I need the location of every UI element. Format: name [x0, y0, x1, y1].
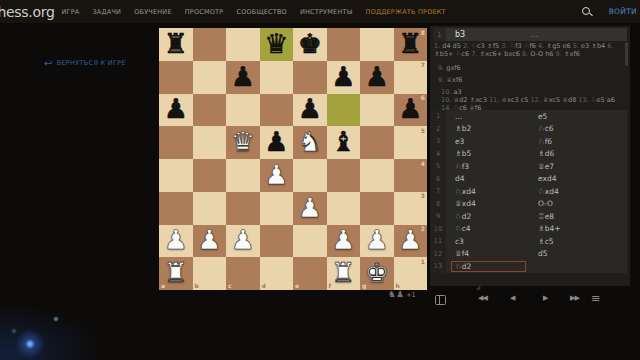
move-number: 3 [430, 135, 446, 148]
black-move[interactable]: ♗d6 [530, 148, 627, 161]
black-move[interactable] [530, 260, 627, 273]
rank-label: 6 [421, 95, 425, 101]
square-b3[interactable] [193, 192, 227, 225]
move-number: 2 [430, 123, 446, 136]
move-row-5: 5♘f3♕e7 [430, 160, 627, 173]
move-number: 4 [430, 148, 446, 161]
move-row-13: 13♘d2 [430, 260, 627, 273]
file-label: e [295, 283, 299, 289]
move-number: 13 [430, 260, 446, 273]
black-king[interactable]: ♚ [298, 30, 322, 57]
white-move[interactable]: ♘c4 [446, 223, 530, 236]
background-galaxy-image [0, 293, 140, 360]
square-f1[interactable]: ♜f [327, 257, 361, 290]
square-c5[interactable]: ♛ [226, 126, 260, 159]
square-d2[interactable] [260, 225, 294, 258]
current-move-number: 1 [433, 28, 446, 41]
square-e4[interactable] [293, 159, 327, 192]
nav-item-game[interactable]: ИГРА [61, 8, 79, 16]
black-move[interactable]: exd4 [530, 173, 627, 186]
black-queen[interactable]: ♛ [264, 30, 288, 57]
square-d6[interactable] [260, 94, 294, 127]
square-h5[interactable]: 5 [394, 126, 428, 159]
go-last-button[interactable]: ▶▶ [570, 294, 579, 302]
square-e2[interactable] [293, 225, 327, 258]
white-move[interactable]: ♗b2 [446, 123, 530, 136]
white-move[interactable]: ♘d2 [446, 210, 530, 223]
captured-pieces-icons: ♞♟ [388, 290, 404, 299]
square-a3[interactable] [159, 192, 193, 225]
move-number: 1 [430, 110, 446, 123]
square-h3[interactable]: 3 [394, 192, 428, 225]
site-logo[interactable]: chess.org [0, 4, 54, 20]
go-first-button[interactable]: ◀◀ [478, 294, 487, 302]
white-pawn[interactable]: ♟ [331, 226, 355, 253]
white-move[interactable]: ♘xd4 [446, 185, 530, 198]
square-a8[interactable]: ♜ [159, 28, 193, 61]
square-a2[interactable]: ♟ [159, 225, 193, 258]
move-row-11: 11c3♗c5 [430, 235, 627, 248]
square-b6[interactable] [193, 94, 227, 127]
square-b1[interactable]: b [193, 257, 227, 290]
back-to-game-link[interactable]: ↩ ВЕРНУТЬСЯ К ИГРЕ [44, 59, 126, 67]
square-e7[interactable] [293, 61, 327, 94]
go-next-button[interactable]: ▶ [543, 294, 547, 302]
square-f2[interactable]: ♟ [327, 225, 361, 258]
move-row-8: 8♕xd4O-O [430, 198, 627, 211]
chess-board[interactable]: ♜♛♚♜8♟♟♟7♟♟♟6♛♟♞♝5♟4♟3♟♟♟♟♟♟2♜abcde♜f♚g1… [159, 28, 427, 290]
move-number: 8 [430, 198, 446, 211]
square-h7[interactable]: 7 [394, 61, 428, 94]
material-advantage-value: +1 [406, 291, 416, 299]
square-e8[interactable]: ♚ [293, 28, 327, 61]
white-rook[interactable]: ♜ [164, 259, 188, 286]
move-number: 11 [430, 235, 446, 248]
black-move[interactable]: ♖e8 [530, 210, 627, 223]
square-f5[interactable]: ♝ [327, 126, 361, 159]
white-move[interactable]: e3 [446, 135, 530, 148]
white-pawn[interactable]: ♟ [365, 226, 389, 253]
pgn-main-line[interactable]: 1. d4 d5 2. ♘c3 ♗f5 3. ♘f3 ♘f6 4. ♗g5 e6… [434, 42, 622, 58]
square-f7[interactable]: ♟ [327, 61, 361, 94]
pgn-text-block[interactable]: 1. d4 d5 2. ♘c3 ♗f5 3. ♘f3 ♘f6 4. ♗g5 e6… [434, 42, 622, 120]
square-b5[interactable] [193, 126, 227, 159]
square-c8[interactable] [226, 28, 260, 61]
square-h6[interactable]: ♟6 [394, 94, 428, 127]
square-d8[interactable]: ♛ [260, 28, 294, 61]
square-b7[interactable] [193, 61, 227, 94]
white-queen[interactable]: ♛ [231, 128, 255, 155]
square-b2[interactable]: ♟ [193, 225, 227, 258]
white-move[interactable]: ♕xd4 [446, 198, 530, 211]
square-g2[interactable]: ♟ [360, 225, 394, 258]
black-move[interactable]: ♘c6 [530, 123, 627, 136]
move-number: 7 [430, 185, 446, 198]
moves-menu-icon[interactable]: ≡ [591, 292, 600, 305]
square-a4[interactable] [159, 159, 193, 192]
top-navbar: chess.org ИГРА ЗАДАЧИ ОБУЧЕНИЕ ПРОСМОТР … [0, 0, 640, 23]
white-move[interactable]: … [446, 110, 530, 123]
file-label: c [228, 283, 232, 289]
black-move[interactable]: d5 [530, 248, 627, 261]
white-move[interactable]: ♘f3 [446, 160, 530, 173]
square-d3[interactable] [260, 192, 294, 225]
file-label: h [396, 283, 400, 289]
square-d4[interactable]: ♟ [260, 159, 294, 192]
back-arrow-icon: ↩ [44, 60, 53, 67]
chess-org-analysis-page: chess.org ИГРА ЗАДАЧИ ОБУЧЕНИЕ ПРОСМОТР … [0, 0, 640, 360]
nav-item-watch[interactable]: ПРОСМОТР [185, 8, 224, 16]
square-c7[interactable]: ♟ [226, 61, 260, 94]
white-move[interactable]: ♕f4 [446, 248, 530, 261]
white-move[interactable]: ♘d2 [446, 260, 530, 273]
board-resize-handle[interactable]: ◢ [475, 283, 480, 290]
square-a6[interactable]: ♟ [159, 94, 193, 127]
current-move-black-placeholder[interactable]: … [530, 30, 538, 39]
white-pawn[interactable]: ♟ [398, 226, 422, 253]
square-f3[interactable] [327, 192, 361, 225]
rank-label: 3 [421, 193, 425, 199]
rank-label: 8 [421, 30, 425, 36]
square-e5[interactable]: ♞ [293, 126, 327, 159]
square-h4[interactable]: 4 [394, 159, 428, 192]
move-row-10: 10♘c4♗b4+ [430, 223, 627, 236]
move-row-12: 12♕f4d5 [430, 248, 627, 261]
square-e3[interactable]: ♟ [293, 192, 327, 225]
square-g3[interactable] [360, 192, 394, 225]
black-rook[interactable]: ♜ [398, 30, 422, 57]
move-row-9: 9♘d2♖e8 [430, 210, 627, 223]
login-button[interactable]: ВОЙТИ [609, 7, 637, 16]
square-g7[interactable]: ♟ [360, 61, 394, 94]
white-move[interactable]: d4 [446, 173, 530, 186]
move-number: 6 [430, 173, 446, 186]
file-label: g [362, 283, 366, 289]
black-move[interactable]: O-O [530, 198, 627, 211]
square-f8[interactable] [327, 28, 361, 61]
move-row-3: 3e3♘f6 [430, 135, 627, 148]
rank-label: 2 [421, 226, 425, 232]
move-number: 5 [430, 160, 446, 173]
move-row-6: 6d4exd4 [430, 173, 627, 186]
square-h2[interactable]: ♟2 [394, 225, 428, 258]
square-g1[interactable]: ♚g [360, 257, 394, 290]
square-c4[interactable] [226, 159, 260, 192]
square-g6[interactable] [360, 94, 394, 127]
file-label: a [161, 283, 165, 289]
white-knight[interactable]: ♞ [298, 128, 322, 155]
pgn-variation-line[interactable]: 9. ♕xf6 [434, 76, 622, 84]
black-move[interactable]: ♘xd4 [530, 185, 627, 198]
current-move-white[interactable]: b3 [455, 30, 465, 39]
square-e1[interactable]: e [293, 257, 327, 290]
nav-item-puzzles[interactable]: ЗАДАЧИ [92, 8, 121, 16]
black-pawn[interactable]: ♟ [231, 63, 255, 90]
black-pawn[interactable]: ♟ [298, 95, 322, 122]
white-rook[interactable]: ♜ [331, 259, 355, 286]
black-move[interactable]: ♘f6 [530, 135, 627, 148]
white-king[interactable]: ♚ [365, 259, 389, 286]
rank-label: 4 [421, 161, 425, 167]
go-previous-button[interactable]: ◀ [510, 294, 514, 302]
nav-menu: ИГРА ЗАДАЧИ ОБУЧЕНИЕ ПРОСМОТР СООБЩЕСТВО… [61, 8, 445, 16]
square-a1[interactable]: ♜a [159, 257, 193, 290]
current-move-bar[interactable]: 1 b3 … [433, 28, 627, 41]
square-g5[interactable] [360, 126, 394, 159]
move-row-1: 1…e5 [430, 110, 627, 123]
pgn-variation-line[interactable]: 10. a3 [434, 88, 622, 96]
moves-table: 1…e52♗b2♘c63e3♘f64♗b5♗d65♘f3♕e76d4exd47♘… [430, 110, 627, 273]
pgn-scrollbar-thumb[interactable] [625, 42, 628, 66]
square-d7[interactable] [260, 61, 294, 94]
material-advantage: ♞♟ +1 [388, 290, 416, 299]
black-move[interactable]: ♕e7 [530, 160, 627, 173]
nav-item-tools[interactable]: ИНСТРУМЕНТЫ [300, 8, 353, 16]
white-pawn[interactable]: ♟ [164, 226, 188, 253]
square-h8[interactable]: ♜8 [394, 28, 428, 61]
nav-item-learn[interactable]: ОБУЧЕНИЕ [134, 8, 172, 16]
black-pawn[interactable]: ♟ [398, 95, 422, 122]
square-a7[interactable] [159, 61, 193, 94]
square-c6[interactable] [226, 94, 260, 127]
black-pawn[interactable]: ♟ [331, 63, 355, 90]
move-row-2: 2♗b2♘c6 [430, 123, 627, 136]
black-bishop[interactable]: ♝ [331, 128, 355, 155]
file-label: d [262, 283, 266, 289]
search-icon[interactable] [582, 7, 590, 15]
white-move[interactable]: c3 [446, 235, 530, 248]
rank-label: 7 [421, 62, 425, 68]
square-d5[interactable]: ♟ [260, 126, 294, 159]
opening-book-icon[interactable] [435, 295, 446, 305]
analysis-panel: 1 b3 … 1. d4 d5 2. ♘c3 ♗f5 3. ♘f3 ♘f6 4.… [430, 26, 630, 286]
square-d1[interactable]: d [260, 257, 294, 290]
white-pawn[interactable]: ♟ [264, 161, 288, 188]
black-pawn[interactable]: ♟ [164, 95, 188, 122]
white-pawn[interactable]: ♟ [197, 226, 221, 253]
move-number: 9 [430, 210, 446, 223]
black-move[interactable]: ♗b4+ [530, 223, 627, 236]
move-row-4: 4♗b5♗d6 [430, 148, 627, 161]
square-b8[interactable] [193, 28, 227, 61]
move-number: 10 [430, 223, 446, 236]
file-label: f [329, 283, 332, 289]
square-f6[interactable] [327, 94, 361, 127]
square-c1[interactable]: c [226, 257, 260, 290]
move-row-7: 7♘xd4♘xd4 [430, 185, 627, 198]
square-e6[interactable]: ♟ [293, 94, 327, 127]
nav-item-community[interactable]: СООБЩЕСТВО [236, 8, 287, 16]
nav-item-donate[interactable]: ПОДДЕРЖАТЬ ПРОЕКТ [366, 8, 446, 16]
white-move[interactable]: ♗b5 [446, 148, 530, 161]
square-c3[interactable] [226, 192, 260, 225]
square-c2[interactable]: ♟ [226, 225, 260, 258]
file-label: b [195, 283, 199, 289]
white-pawn[interactable]: ♟ [231, 226, 255, 253]
back-to-game-label: ВЕРНУТЬСЯ К ИГРЕ [57, 59, 126, 67]
pgn-variation-line[interactable]: 9. gxf6 [434, 64, 622, 72]
rank-label: 1 [421, 259, 425, 265]
black-move[interactable]: e5 [530, 110, 627, 123]
square-g8[interactable] [360, 28, 394, 61]
black-rook[interactable]: ♜ [164, 30, 188, 57]
square-f4[interactable] [327, 159, 361, 192]
move-number: 12 [430, 248, 446, 261]
square-a5[interactable] [159, 126, 193, 159]
white-pawn[interactable]: ♟ [298, 194, 322, 221]
square-h1[interactable]: 1h [394, 257, 428, 290]
black-pawn[interactable]: ♟ [264, 128, 288, 155]
rank-label: 5 [421, 128, 425, 134]
playback-controls: ◀◀ ◀ ▶ ▶▶ ≡ [433, 292, 630, 306]
black-pawn[interactable]: ♟ [365, 63, 389, 90]
square-g4[interactable] [360, 159, 394, 192]
square-b4[interactable] [193, 159, 227, 192]
black-move[interactable]: ♗c5 [530, 235, 627, 248]
